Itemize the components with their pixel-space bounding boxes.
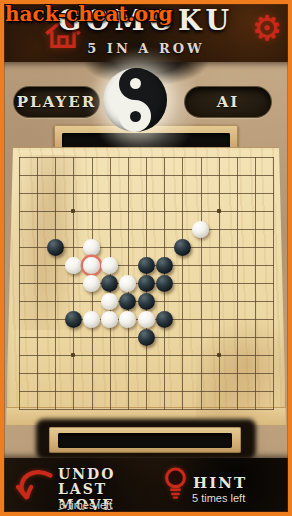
board-cell[interactable] bbox=[10, 310, 28, 328]
board-cell[interactable] bbox=[83, 256, 101, 274]
black-stone bbox=[138, 293, 155, 310]
yin-yang-icon bbox=[103, 68, 167, 132]
board-cell[interactable] bbox=[101, 166, 119, 184]
board-cell[interactable] bbox=[10, 274, 28, 292]
board-cell[interactable] bbox=[246, 148, 264, 166]
player-label-pill: PLAYER bbox=[13, 86, 100, 118]
board-cell[interactable] bbox=[228, 220, 246, 238]
board-cell[interactable] bbox=[264, 400, 282, 418]
board-cell[interactable] bbox=[101, 346, 119, 364]
board-cell[interactable] bbox=[137, 148, 155, 166]
board-cell[interactable] bbox=[46, 166, 64, 184]
board-cell[interactable] bbox=[10, 328, 28, 346]
board-cell[interactable] bbox=[155, 256, 173, 274]
hint-remaining: 5 times left bbox=[192, 492, 245, 504]
board-cell[interactable] bbox=[101, 274, 119, 292]
board-cell[interactable] bbox=[64, 220, 82, 238]
black-stone bbox=[156, 311, 173, 328]
board-cell[interactable] bbox=[173, 166, 191, 184]
board-cell[interactable] bbox=[10, 238, 28, 256]
board-cell[interactable] bbox=[228, 400, 246, 418]
white-stone bbox=[101, 257, 118, 274]
board-cell[interactable] bbox=[83, 166, 101, 184]
board-cell[interactable] bbox=[46, 292, 64, 310]
board-cell[interactable] bbox=[228, 166, 246, 184]
board-cell[interactable] bbox=[155, 184, 173, 202]
board-cell[interactable] bbox=[28, 202, 46, 220]
white-stone bbox=[83, 275, 100, 292]
board-cell[interactable] bbox=[83, 310, 101, 328]
board-cell[interactable] bbox=[137, 238, 155, 256]
white-stone bbox=[101, 311, 118, 328]
board-cell[interactable] bbox=[191, 382, 209, 400]
board-cell[interactable] bbox=[264, 346, 282, 364]
board-cell[interactable] bbox=[264, 220, 282, 238]
white-stone bbox=[83, 311, 100, 328]
board-cell[interactable] bbox=[155, 274, 173, 292]
board-cell[interactable] bbox=[173, 202, 191, 220]
board-cell[interactable] bbox=[228, 274, 246, 292]
ai-label-pill: AI bbox=[184, 86, 272, 118]
board-cell[interactable] bbox=[64, 274, 82, 292]
board-cell[interactable] bbox=[10, 292, 28, 310]
board-cell[interactable] bbox=[228, 202, 246, 220]
board-cell[interactable] bbox=[155, 328, 173, 346]
board-cell[interactable] bbox=[173, 382, 191, 400]
board-cell[interactable] bbox=[210, 292, 228, 310]
board-cell[interactable] bbox=[64, 346, 82, 364]
board-cell[interactable] bbox=[173, 346, 191, 364]
board-cell[interactable] bbox=[155, 310, 173, 328]
board-cell[interactable] bbox=[28, 310, 46, 328]
board-cell[interactable] bbox=[64, 328, 82, 346]
board-cell[interactable] bbox=[10, 220, 28, 238]
black-stone-tray-stones bbox=[58, 433, 232, 448]
board-cell[interactable] bbox=[246, 346, 264, 364]
board-cell[interactable] bbox=[210, 274, 228, 292]
board-cell[interactable] bbox=[83, 184, 101, 202]
hint-button[interactable]: HINT 5 times left bbox=[156, 458, 284, 516]
board-cell[interactable] bbox=[119, 202, 137, 220]
board-cell[interactable] bbox=[210, 148, 228, 166]
board-cell[interactable] bbox=[10, 166, 28, 184]
board-cell[interactable] bbox=[46, 256, 64, 274]
board-cell[interactable] bbox=[264, 202, 282, 220]
board-cell[interactable] bbox=[10, 184, 28, 202]
board-cell[interactable] bbox=[64, 202, 82, 220]
board-cell[interactable] bbox=[83, 346, 101, 364]
board-cell[interactable] bbox=[119, 400, 137, 418]
board-cell[interactable] bbox=[46, 238, 64, 256]
board-cell[interactable] bbox=[46, 148, 64, 166]
board-cell[interactable] bbox=[119, 166, 137, 184]
black-stone bbox=[138, 275, 155, 292]
board-cell[interactable] bbox=[101, 238, 119, 256]
board-cell[interactable] bbox=[264, 364, 282, 382]
board-cell[interactable] bbox=[83, 148, 101, 166]
board-cell[interactable] bbox=[246, 184, 264, 202]
board-cell[interactable] bbox=[264, 148, 282, 166]
board-cell[interactable] bbox=[137, 382, 155, 400]
board-cell[interactable] bbox=[228, 292, 246, 310]
board-cell[interactable] bbox=[173, 400, 191, 418]
board-cell[interactable] bbox=[119, 328, 137, 346]
board-cell[interactable] bbox=[64, 184, 82, 202]
black-stone bbox=[119, 293, 136, 310]
board-cell[interactable] bbox=[119, 184, 137, 202]
board-cell[interactable] bbox=[228, 184, 246, 202]
board-cell[interactable] bbox=[246, 274, 264, 292]
board-cell[interactable] bbox=[64, 238, 82, 256]
board-cell[interactable] bbox=[101, 220, 119, 238]
board-cell[interactable] bbox=[246, 328, 264, 346]
board-cell[interactable] bbox=[137, 184, 155, 202]
player-label: PLAYER bbox=[17, 93, 96, 111]
board-cell[interactable] bbox=[46, 382, 64, 400]
hint-label: HINT bbox=[193, 474, 247, 492]
board-cell[interactable] bbox=[246, 382, 264, 400]
board-cell[interactable] bbox=[83, 328, 101, 346]
board-cell[interactable] bbox=[137, 400, 155, 418]
board-cell[interactable] bbox=[228, 364, 246, 382]
board-cell[interactable] bbox=[28, 292, 46, 310]
board-cell[interactable] bbox=[173, 328, 191, 346]
board-cell[interactable] bbox=[155, 346, 173, 364]
board-cell[interactable] bbox=[119, 220, 137, 238]
board-cell[interactable] bbox=[264, 184, 282, 202]
board-cell[interactable] bbox=[119, 256, 137, 274]
board-cell[interactable] bbox=[119, 310, 137, 328]
board-cell[interactable] bbox=[46, 184, 64, 202]
board-cell[interactable] bbox=[119, 238, 137, 256]
board-cell[interactable] bbox=[46, 310, 64, 328]
board-cell[interactable] bbox=[191, 184, 209, 202]
board-cell[interactable] bbox=[137, 220, 155, 238]
board-cell[interactable] bbox=[173, 148, 191, 166]
yinyang-white-dot bbox=[130, 78, 141, 89]
yinyang-black-dot bbox=[130, 111, 141, 122]
undo-label-line1: UNDO bbox=[58, 466, 115, 482]
board-cell[interactable] bbox=[46, 400, 64, 418]
black-stone-tray bbox=[49, 427, 241, 453]
board-cell[interactable] bbox=[155, 148, 173, 166]
ai-label: AI bbox=[217, 93, 240, 111]
board-cell[interactable] bbox=[264, 382, 282, 400]
board-cell[interactable] bbox=[83, 382, 101, 400]
board-cell[interactable] bbox=[83, 238, 101, 256]
board-cell[interactable] bbox=[101, 256, 119, 274]
board-cell[interactable] bbox=[83, 400, 101, 418]
board-cell[interactable] bbox=[264, 328, 282, 346]
board-cell[interactable] bbox=[246, 310, 264, 328]
board-cell[interactable] bbox=[191, 148, 209, 166]
board-cell[interactable] bbox=[28, 346, 46, 364]
board-cell[interactable] bbox=[228, 346, 246, 364]
board-cell[interactable] bbox=[228, 328, 246, 346]
board-cell[interactable] bbox=[10, 202, 28, 220]
board-cell[interactable] bbox=[228, 256, 246, 274]
board-cell[interactable] bbox=[10, 364, 28, 382]
board-cell[interactable] bbox=[155, 238, 173, 256]
white-stone bbox=[138, 311, 155, 328]
board-cell[interactable] bbox=[191, 202, 209, 220]
board-cell[interactable] bbox=[64, 166, 82, 184]
board-cell[interactable] bbox=[64, 364, 82, 382]
board-cell[interactable] bbox=[191, 364, 209, 382]
stone-grid bbox=[10, 148, 282, 418]
footer-bar: UNDO LAST MOVE 3 times left HINT 5 times… bbox=[0, 458, 292, 516]
black-stone bbox=[138, 329, 155, 346]
board-cell[interactable] bbox=[101, 184, 119, 202]
undo-remaining: 3 times left bbox=[59, 499, 112, 511]
undo-button[interactable]: UNDO LAST MOVE 3 times left bbox=[6, 458, 156, 516]
board-cell[interactable] bbox=[210, 238, 228, 256]
board-cell[interactable] bbox=[246, 220, 264, 238]
board-cell[interactable] bbox=[28, 328, 46, 346]
board-cell[interactable] bbox=[173, 310, 191, 328]
board-cell[interactable] bbox=[228, 382, 246, 400]
board-cell[interactable] bbox=[46, 346, 64, 364]
board-cell[interactable] bbox=[173, 274, 191, 292]
board-cell[interactable] bbox=[28, 238, 46, 256]
board-cell[interactable] bbox=[155, 202, 173, 220]
board-cell[interactable] bbox=[228, 148, 246, 166]
board-cell[interactable] bbox=[210, 166, 228, 184]
board-cell[interactable] bbox=[191, 346, 209, 364]
board-cell[interactable] bbox=[210, 220, 228, 238]
board-cell[interactable] bbox=[137, 328, 155, 346]
board-cell[interactable] bbox=[191, 292, 209, 310]
board-cell[interactable] bbox=[28, 400, 46, 418]
board-cell[interactable] bbox=[10, 400, 28, 418]
board-cell[interactable] bbox=[101, 310, 119, 328]
board-cell[interactable] bbox=[119, 346, 137, 364]
board-cell[interactable] bbox=[155, 220, 173, 238]
board-cell[interactable] bbox=[246, 256, 264, 274]
board-cell[interactable] bbox=[28, 184, 46, 202]
board-cell[interactable] bbox=[210, 400, 228, 418]
board-cell[interactable] bbox=[137, 292, 155, 310]
board-cell[interactable] bbox=[155, 166, 173, 184]
board-cell[interactable] bbox=[83, 202, 101, 220]
board-cell[interactable] bbox=[246, 292, 264, 310]
board-cell[interactable] bbox=[119, 292, 137, 310]
board-cell[interactable] bbox=[246, 364, 264, 382]
board-cell[interactable] bbox=[10, 256, 28, 274]
board-cell[interactable] bbox=[64, 382, 82, 400]
board-cell[interactable] bbox=[137, 310, 155, 328]
board-cell[interactable] bbox=[246, 400, 264, 418]
black-stone bbox=[101, 275, 118, 292]
black-stone bbox=[65, 311, 82, 328]
board-cell[interactable] bbox=[137, 256, 155, 274]
board-cell[interactable] bbox=[46, 220, 64, 238]
board-cell[interactable] bbox=[264, 166, 282, 184]
board-cell[interactable] bbox=[191, 256, 209, 274]
undo-arrow-icon bbox=[14, 468, 56, 502]
black-stone bbox=[138, 257, 155, 274]
white-stone bbox=[119, 311, 136, 328]
board-cell[interactable] bbox=[173, 364, 191, 382]
board-cell[interactable] bbox=[46, 274, 64, 292]
board-cell[interactable] bbox=[28, 274, 46, 292]
gear-icon: ⚙ bbox=[252, 8, 282, 48]
board-cell[interactable] bbox=[28, 166, 46, 184]
settings-button[interactable]: ⚙ bbox=[246, 6, 288, 50]
board-cell[interactable] bbox=[119, 148, 137, 166]
board-cell[interactable] bbox=[191, 310, 209, 328]
board-cell[interactable] bbox=[155, 382, 173, 400]
board-cell[interactable] bbox=[119, 364, 137, 382]
board-cell[interactable] bbox=[64, 400, 82, 418]
board-cell[interactable] bbox=[210, 256, 228, 274]
board-cell[interactable] bbox=[83, 364, 101, 382]
board-cell[interactable] bbox=[246, 202, 264, 220]
white-stone bbox=[83, 239, 100, 256]
board-cell[interactable] bbox=[191, 400, 209, 418]
board-cell[interactable] bbox=[64, 310, 82, 328]
board-cell[interactable] bbox=[210, 328, 228, 346]
board-cell[interactable] bbox=[137, 274, 155, 292]
white-stone bbox=[119, 275, 136, 292]
board-cell[interactable] bbox=[10, 382, 28, 400]
board-cell[interactable] bbox=[155, 292, 173, 310]
board-cell[interactable] bbox=[173, 184, 191, 202]
board-cell[interactable] bbox=[173, 256, 191, 274]
board-cell[interactable] bbox=[173, 292, 191, 310]
board-cell[interactable] bbox=[173, 220, 191, 238]
board-cell[interactable] bbox=[137, 166, 155, 184]
board-cell[interactable] bbox=[101, 292, 119, 310]
board-cell[interactable] bbox=[210, 202, 228, 220]
board-cell[interactable] bbox=[228, 310, 246, 328]
board-cell[interactable] bbox=[46, 202, 64, 220]
board-cell[interactable] bbox=[64, 148, 82, 166]
board-cell[interactable] bbox=[101, 364, 119, 382]
board-cell[interactable] bbox=[264, 292, 282, 310]
board-cell[interactable] bbox=[155, 400, 173, 418]
board-cell[interactable] bbox=[46, 364, 64, 382]
board-cell[interactable] bbox=[228, 238, 246, 256]
board-cell[interactable] bbox=[46, 328, 64, 346]
board-cell[interactable] bbox=[210, 346, 228, 364]
board-cell[interactable] bbox=[64, 292, 82, 310]
board-cell[interactable] bbox=[64, 256, 82, 274]
board-cell[interactable] bbox=[191, 166, 209, 184]
board-cell[interactable] bbox=[119, 274, 137, 292]
board-cell[interactable] bbox=[246, 238, 264, 256]
board-cell[interactable] bbox=[83, 292, 101, 310]
board-cell[interactable] bbox=[101, 328, 119, 346]
board-cell[interactable] bbox=[264, 256, 282, 274]
board-cell[interactable] bbox=[28, 382, 46, 400]
board-cell[interactable] bbox=[191, 328, 209, 346]
board-cell[interactable] bbox=[264, 238, 282, 256]
black-stone bbox=[47, 239, 64, 256]
board-cell[interactable] bbox=[28, 256, 46, 274]
board-cell[interactable] bbox=[119, 382, 137, 400]
board-cell[interactable] bbox=[101, 148, 119, 166]
board-cell[interactable] bbox=[101, 400, 119, 418]
board-cell[interactable] bbox=[264, 310, 282, 328]
black-stone bbox=[174, 239, 191, 256]
board-cell[interactable] bbox=[83, 220, 101, 238]
board-cell[interactable] bbox=[28, 148, 46, 166]
board-cell[interactable] bbox=[210, 184, 228, 202]
board-cell[interactable] bbox=[191, 274, 209, 292]
watermark: hack-cheat.org bbox=[5, 2, 173, 26]
board-cell[interactable] bbox=[137, 364, 155, 382]
white-stone-last-move bbox=[83, 257, 100, 274]
board-cell[interactable] bbox=[137, 202, 155, 220]
board-cell[interactable] bbox=[10, 346, 28, 364]
board-cell[interactable] bbox=[137, 346, 155, 364]
white-stone bbox=[101, 293, 118, 310]
board-cell[interactable] bbox=[83, 274, 101, 292]
board-cell[interactable] bbox=[173, 238, 191, 256]
black-stone bbox=[156, 257, 173, 274]
board-cell[interactable] bbox=[191, 238, 209, 256]
board-cell[interactable] bbox=[191, 220, 209, 238]
board-cell[interactable] bbox=[210, 364, 228, 382]
board-cell[interactable] bbox=[28, 220, 46, 238]
board-cell[interactable] bbox=[101, 382, 119, 400]
app-screen: GOMOKU 5 IN A ROW ⚙ PLAYER AI UNDO LAST … bbox=[0, 0, 292, 516]
board-cell[interactable] bbox=[210, 382, 228, 400]
board-cell[interactable] bbox=[246, 166, 264, 184]
board-cell[interactable] bbox=[155, 364, 173, 382]
board-cell[interactable] bbox=[264, 274, 282, 292]
lightbulb-icon bbox=[162, 465, 189, 501]
board-cell[interactable] bbox=[28, 364, 46, 382]
board-cell[interactable] bbox=[210, 310, 228, 328]
white-stone bbox=[192, 221, 209, 238]
board-cell[interactable] bbox=[101, 202, 119, 220]
black-stone bbox=[156, 275, 173, 292]
board-cell[interactable] bbox=[10, 148, 28, 166]
white-stone bbox=[65, 257, 82, 274]
